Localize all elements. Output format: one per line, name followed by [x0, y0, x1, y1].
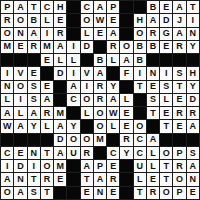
- letter-cell-r12c7[interactable]: R: [81, 147, 93, 159]
- letter-cell-r1c13[interactable]: E: [160, 1, 172, 13]
- letter-cell-r4c11[interactable]: B: [134, 41, 146, 53]
- letter-cell-r6c8[interactable]: A: [94, 67, 106, 79]
- letter-cell-r12c5[interactable]: A: [54, 147, 66, 159]
- letter-cell-r14c13[interactable]: T: [160, 173, 172, 185]
- black-cell-r9c11: [134, 107, 146, 119]
- letter-cell-r9c14[interactable]: R: [173, 107, 185, 119]
- letter-cell-r4c12[interactable]: B: [147, 41, 159, 53]
- black-cell-r5c14: [173, 54, 185, 66]
- letter-cell-r9c7[interactable]: L: [81, 107, 93, 119]
- letter-cell-r9c8[interactable]: O: [94, 107, 106, 119]
- letter-cell-r11c6[interactable]: O: [67, 134, 79, 146]
- letter-cell-r2c15[interactable]: I: [187, 14, 199, 26]
- letter-cell-r13c5[interactable]: M: [54, 160, 66, 172]
- letter-cell-r1c5[interactable]: H: [54, 1, 66, 13]
- letter-cell-r9c3[interactable]: A: [28, 107, 40, 119]
- letter-cell-r9c15[interactable]: R: [187, 107, 199, 119]
- letter-cell-r13c15[interactable]: A: [187, 160, 199, 172]
- black-cell-r9c6: [67, 107, 79, 119]
- letter-cell-r2c7[interactable]: O: [81, 14, 93, 26]
- letter-cell-r10c5[interactable]: A: [54, 120, 66, 132]
- letter-cell-r1c4[interactable]: C: [41, 1, 53, 13]
- black-cell-r15c10: [120, 187, 132, 199]
- letter-cell-r14c9[interactable]: R: [107, 173, 119, 185]
- black-cell-r15c5: [54, 187, 66, 199]
- black-cell-r1c11: [134, 1, 146, 13]
- letter-cell-r13c8[interactable]: P: [94, 160, 106, 172]
- letter-cell-r6c2[interactable]: V: [14, 67, 26, 79]
- black-cell-r1c6: [67, 1, 79, 13]
- letter-cell-r14c8[interactable]: A: [94, 173, 106, 185]
- letter-cell-r5c6[interactable]: L: [67, 54, 79, 66]
- letter-cell-r8c14[interactable]: E: [173, 94, 185, 106]
- letter-cell-r5c5[interactable]: L: [54, 54, 66, 66]
- letter-cell-r8c4[interactable]: A: [41, 94, 53, 106]
- letter-cell-r12c2[interactable]: E: [14, 147, 26, 159]
- black-cell-r11c15: [187, 134, 199, 146]
- letter-cell-r6c3[interactable]: E: [28, 67, 40, 79]
- black-cell-r8c11: [134, 94, 146, 106]
- letter-cell-r6c10[interactable]: F: [120, 67, 132, 79]
- letter-cell-r8c7[interactable]: O: [81, 94, 93, 106]
- letter-cell-r13c1[interactable]: I: [1, 160, 13, 172]
- letter-cell-r5c10[interactable]: A: [120, 54, 132, 66]
- black-cell-r11c4: [41, 134, 53, 146]
- letter-cell-r3c15[interactable]: N: [187, 28, 199, 40]
- letter-cell-r15c2[interactable]: A: [14, 187, 26, 199]
- letter-cell-r1c8[interactable]: A: [94, 1, 106, 13]
- letter-cell-r7c8[interactable]: R: [94, 81, 106, 93]
- black-cell-r5c15: [187, 54, 199, 66]
- black-cell-r12c8: [94, 147, 106, 159]
- letter-cell-r15c7[interactable]: E: [81, 187, 93, 199]
- letter-cell-r6c5[interactable]: D: [54, 67, 66, 79]
- letter-cell-r5c8[interactable]: B: [94, 54, 106, 66]
- letter-cell-r6c1[interactable]: I: [1, 67, 13, 79]
- letter-cell-r11c12[interactable]: A: [147, 134, 159, 146]
- letter-cell-r15c1[interactable]: O: [1, 187, 13, 199]
- letter-cell-r4c7[interactable]: D: [81, 41, 93, 53]
- letter-cell-r10c4[interactable]: L: [41, 120, 53, 132]
- black-cell-r5c3: [28, 54, 40, 66]
- letter-cell-r6c6[interactable]: I: [67, 67, 79, 79]
- black-cell-r5c7: [81, 54, 93, 66]
- letter-cell-r14c15[interactable]: N: [187, 173, 199, 185]
- letter-cell-r14c11[interactable]: L: [134, 173, 146, 185]
- letter-cell-r14c2[interactable]: N: [14, 173, 26, 185]
- letter-cell-r8c3[interactable]: S: [28, 94, 40, 106]
- letter-cell-r7c7[interactable]: I: [81, 81, 93, 93]
- letter-cell-r12c13[interactable]: O: [160, 147, 172, 159]
- letter-cell-r13c12[interactable]: L: [147, 160, 159, 172]
- letter-cell-r10c14[interactable]: E: [173, 120, 185, 132]
- letter-cell-r9c13[interactable]: E: [160, 107, 172, 119]
- letter-cell-r4c10[interactable]: O: [120, 41, 132, 53]
- letter-cell-r15c9[interactable]: E: [107, 187, 119, 199]
- letter-cell-r14c7[interactable]: T: [81, 173, 93, 185]
- letter-cell-r12c9[interactable]: C: [107, 147, 119, 159]
- letter-cell-r1c15[interactable]: T: [187, 1, 199, 13]
- letter-cell-r4c5[interactable]: A: [54, 41, 66, 53]
- black-cell-r3c6: [67, 28, 79, 40]
- letter-cell-r6c7[interactable]: V: [81, 67, 93, 79]
- letter-cell-r10c15[interactable]: A: [187, 120, 199, 132]
- letter-cell-r13c9[interactable]: E: [107, 160, 119, 172]
- letter-cell-r6c15[interactable]: H: [187, 67, 199, 79]
- letter-cell-r3c2[interactable]: N: [14, 28, 26, 40]
- letter-cell-r10c10[interactable]: E: [120, 120, 132, 132]
- black-cell-r11c3: [28, 134, 40, 146]
- letter-cell-r3c8[interactable]: E: [94, 28, 106, 40]
- black-cell-r6c9: [107, 67, 119, 79]
- black-cell-r10c7: [81, 120, 93, 132]
- letter-cell-r7c1[interactable]: N: [1, 81, 13, 93]
- letter-cell-r12c1[interactable]: C: [1, 147, 13, 159]
- letter-cell-r10c13[interactable]: T: [160, 120, 172, 132]
- letter-cell-r11c7[interactable]: O: [81, 134, 93, 146]
- letter-cell-r8c6[interactable]: C: [67, 94, 79, 106]
- black-cell-r11c9: [107, 134, 119, 146]
- black-cell-r13c10: [120, 160, 132, 172]
- black-cell-r2c6: [67, 14, 79, 26]
- black-cell-r4c8: [94, 41, 106, 53]
- letter-cell-r8c8[interactable]: R: [94, 94, 106, 106]
- letter-cell-r14c12[interactable]: E: [147, 173, 159, 185]
- letter-cell-r14c3[interactable]: T: [28, 173, 40, 185]
- black-cell-r7c10: [120, 81, 132, 93]
- letter-cell-r7c2[interactable]: O: [14, 81, 26, 93]
- letter-cell-r8c2[interactable]: I: [14, 94, 26, 106]
- letter-cell-r4c13[interactable]: E: [160, 41, 172, 53]
- letter-cell-r6c11[interactable]: I: [134, 67, 146, 79]
- letter-cell-r2c4[interactable]: L: [41, 14, 53, 26]
- letter-cell-r8c13[interactable]: L: [160, 94, 172, 106]
- letter-cell-r3c11[interactable]: O: [134, 28, 146, 40]
- letter-cell-r10c3[interactable]: Y: [28, 120, 40, 132]
- letter-cell-r12c14[interactable]: P: [173, 147, 185, 159]
- letter-cell-r12c4[interactable]: T: [41, 147, 53, 159]
- black-cell-r14c6: [67, 173, 79, 185]
- letter-cell-r4c6[interactable]: I: [67, 41, 79, 53]
- black-cell-r11c1: [1, 134, 13, 146]
- letter-cell-r14c14[interactable]: O: [173, 173, 185, 185]
- letter-cell-r1c1[interactable]: P: [1, 1, 13, 13]
- black-cell-r8c5: [54, 94, 66, 106]
- letter-cell-r13c7[interactable]: A: [81, 160, 93, 172]
- letter-cell-r12c15[interactable]: S: [187, 147, 199, 159]
- black-cell-r7c5: [54, 81, 66, 93]
- letter-cell-r7c15[interactable]: Y: [187, 81, 199, 93]
- letter-cell-r1c9[interactable]: P: [107, 1, 119, 13]
- letter-cell-r10c6[interactable]: Y: [67, 120, 79, 132]
- black-cell-r10c12: [147, 120, 159, 132]
- letter-cell-r1c3[interactable]: T: [28, 1, 40, 13]
- letter-cell-r10c11[interactable]: O: [134, 120, 146, 132]
- letter-cell-r8c9[interactable]: A: [107, 94, 119, 106]
- letter-cell-r4c3[interactable]: R: [28, 41, 40, 53]
- letter-cell-r11c10[interactable]: R: [120, 134, 132, 146]
- letter-cell-r7c13[interactable]: S: [160, 81, 172, 93]
- letter-cell-r14c5[interactable]: E: [54, 173, 66, 185]
- letter-cell-r11c5[interactable]: D: [54, 134, 66, 146]
- letter-cell-r13c2[interactable]: D: [14, 160, 26, 172]
- letter-cell-r13c14[interactable]: R: [173, 160, 185, 172]
- letter-cell-r5c9[interactable]: L: [107, 54, 119, 66]
- letter-cell-r1c7[interactable]: C: [81, 1, 93, 13]
- letter-cell-r7c12[interactable]: E: [147, 81, 159, 93]
- letter-cell-r3c5[interactable]: R: [54, 28, 66, 40]
- letter-cell-r7c9[interactable]: Y: [107, 81, 119, 93]
- letter-cell-r12c10[interactable]: Y: [120, 147, 132, 159]
- black-cell-r2c10: [120, 14, 132, 26]
- letter-cell-r11c11[interactable]: C: [134, 134, 146, 146]
- black-cell-r6c4: [41, 67, 53, 79]
- letter-cell-r10c1[interactable]: W: [1, 120, 13, 132]
- letter-cell-r2c8[interactable]: W: [94, 14, 106, 26]
- letter-cell-r10c8[interactable]: O: [94, 120, 106, 132]
- letter-cell-r13c13[interactable]: T: [160, 160, 172, 172]
- letter-cell-r1c12[interactable]: B: [147, 1, 159, 13]
- letter-cell-r2c13[interactable]: D: [160, 14, 172, 26]
- letter-cell-r7c11[interactable]: T: [134, 81, 146, 93]
- black-cell-r11c13: [160, 134, 172, 146]
- letter-cell-r8c15[interactable]: D: [187, 94, 199, 106]
- letter-cell-r9c9[interactable]: W: [107, 107, 119, 119]
- letter-cell-r12c3[interactable]: N: [28, 147, 40, 159]
- letter-cell-r2c2[interactable]: O: [14, 14, 26, 26]
- letter-cell-r12c11[interactable]: C: [134, 147, 146, 159]
- letter-cell-r9c1[interactable]: A: [1, 107, 13, 119]
- letter-cell-r15c15[interactable]: E: [187, 187, 199, 199]
- letter-cell-r1c14[interactable]: A: [173, 1, 185, 13]
- letter-cell-r15c3[interactable]: S: [28, 187, 40, 199]
- letter-cell-r6c12[interactable]: N: [147, 67, 159, 79]
- letter-cell-r3c7[interactable]: L: [81, 28, 93, 40]
- letter-cell-r10c2[interactable]: A: [14, 120, 26, 132]
- black-cell-r11c14: [173, 134, 185, 146]
- letter-cell-r4c2[interactable]: E: [14, 41, 26, 53]
- black-cell-r15c6: [67, 187, 79, 199]
- letter-cell-r8c1[interactable]: L: [1, 94, 13, 106]
- letter-cell-r13c3[interactable]: I: [28, 160, 40, 172]
- letter-cell-r2c11[interactable]: H: [134, 14, 146, 26]
- letter-cell-r2c14[interactable]: J: [173, 14, 185, 26]
- letter-cell-r15c11[interactable]: T: [134, 187, 146, 199]
- letter-cell-r3c9[interactable]: A: [107, 28, 119, 40]
- letter-cell-r14c4[interactable]: R: [41, 173, 53, 185]
- black-cell-r1c10: [120, 1, 132, 13]
- letter-cell-r4c1[interactable]: M: [1, 41, 13, 53]
- crossword-board: PATCHCAPBEATROBLEOWEHADJIONAIRLEAORGANME…: [0, 0, 200, 200]
- letter-cell-r7c14[interactable]: T: [173, 81, 185, 93]
- letter-cell-r12c12[interactable]: L: [147, 147, 159, 159]
- letter-cell-r7c3[interactable]: S: [28, 81, 40, 93]
- black-cell-r5c13: [160, 54, 172, 66]
- letter-cell-r15c13[interactable]: O: [160, 187, 172, 199]
- letter-cell-r3c1[interactable]: O: [1, 28, 13, 40]
- letter-cell-r4c4[interactable]: M: [41, 41, 53, 53]
- letter-cell-r9c10[interactable]: E: [120, 107, 132, 119]
- letter-cell-r2c12[interactable]: A: [147, 14, 159, 26]
- letter-cell-r3c14[interactable]: A: [173, 28, 185, 40]
- letter-cell-r4c15[interactable]: Y: [187, 41, 199, 53]
- letter-cell-r5c11[interactable]: B: [134, 54, 146, 66]
- letter-cell-r3c12[interactable]: R: [147, 28, 159, 40]
- letter-cell-r9c2[interactable]: L: [14, 107, 26, 119]
- letter-cell-r2c5[interactable]: E: [54, 14, 66, 26]
- letter-cell-r12c6[interactable]: U: [67, 147, 79, 159]
- letter-cell-r9c4[interactable]: R: [41, 107, 53, 119]
- letter-cell-r3c3[interactable]: A: [28, 28, 40, 40]
- letter-cell-r10c9[interactable]: L: [107, 120, 119, 132]
- black-cell-r3c10: [120, 28, 132, 40]
- letter-cell-r9c5[interactable]: M: [54, 107, 66, 119]
- black-cell-r5c2: [14, 54, 26, 66]
- black-cell-r11c2: [14, 134, 26, 146]
- letter-cell-r6c14[interactable]: S: [173, 67, 185, 79]
- letter-cell-r3c13[interactable]: G: [160, 28, 172, 40]
- letter-cell-r4c14[interactable]: R: [173, 41, 185, 53]
- letter-cell-r4c9[interactable]: R: [107, 41, 119, 53]
- letter-cell-r13c11[interactable]: U: [134, 160, 146, 172]
- letter-cell-r11c8[interactable]: M: [94, 134, 106, 146]
- letter-cell-r7c4[interactable]: E: [41, 81, 53, 93]
- letter-cell-r15c8[interactable]: N: [94, 187, 106, 199]
- black-cell-r5c1: [1, 54, 13, 66]
- letter-cell-r15c14[interactable]: P: [173, 187, 185, 199]
- letter-cell-r2c9[interactable]: E: [107, 14, 119, 26]
- letter-cell-r1c2[interactable]: A: [14, 1, 26, 13]
- letter-cell-r5c4[interactable]: E: [41, 54, 53, 66]
- letter-cell-r15c4[interactable]: T: [41, 187, 53, 199]
- letter-cell-r2c1[interactable]: R: [1, 14, 13, 26]
- letter-cell-r2c3[interactable]: B: [28, 14, 40, 26]
- letter-cell-r3c4[interactable]: I: [41, 28, 53, 40]
- letter-cell-r6c13[interactable]: I: [160, 67, 172, 79]
- letter-cell-r13c4[interactable]: O: [41, 160, 53, 172]
- letter-cell-r9c12[interactable]: T: [147, 107, 159, 119]
- letter-cell-r15c12[interactable]: R: [147, 187, 159, 199]
- black-cell-r13c6: [67, 160, 79, 172]
- black-cell-r5c12: [147, 54, 159, 66]
- letter-cell-r7c6[interactable]: A: [67, 81, 79, 93]
- letter-cell-r8c10[interactable]: L: [120, 94, 132, 106]
- letter-cell-r14c1[interactable]: A: [1, 173, 13, 185]
- letter-cell-r8c12[interactable]: S: [147, 94, 159, 106]
- black-cell-r14c10: [120, 173, 132, 185]
